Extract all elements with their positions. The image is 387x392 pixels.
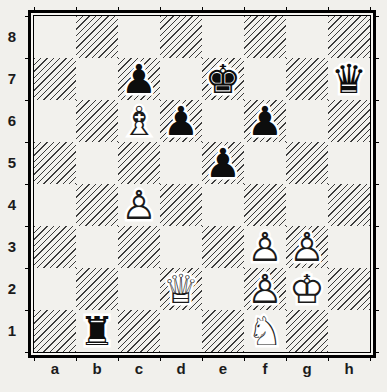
tick-mark [286,358,287,361]
square-h2[interactable] [328,268,370,310]
tick-mark [76,7,77,10]
piece-black-queen-h7[interactable]: ♛♛ [328,58,370,100]
square-b5[interactable] [76,142,118,184]
rank-label-4: 4 [3,196,21,214]
square-e8[interactable] [202,16,244,58]
tick-mark [25,352,28,353]
piece-black-pawn-c7[interactable]: ♟♟ [118,58,160,100]
tick-mark [25,58,28,59]
square-h8[interactable] [328,16,370,58]
tick-mark [244,7,245,10]
square-b3[interactable] [76,226,118,268]
square-c3[interactable] [118,226,160,268]
square-e5[interactable]: ♟♟ [202,142,244,184]
square-c6[interactable]: ♝♗ [118,100,160,142]
tick-mark [34,358,35,361]
tick-mark [25,16,28,17]
rank-label-7: 7 [3,70,21,88]
piece-white-pawn-c4[interactable]: ♟♙ [118,184,160,226]
square-e4[interactable] [202,184,244,226]
file-label-d: d [160,360,202,378]
rank-label-5: 5 [3,154,21,172]
tick-mark [286,7,287,10]
tick-mark [25,226,28,227]
square-g1[interactable] [286,310,328,352]
square-g6[interactable] [286,100,328,142]
tick-mark [76,358,77,361]
square-f1[interactable]: ♞♘ [244,310,286,352]
square-b8[interactable] [76,16,118,58]
square-d2[interactable]: ♛♕ [160,268,202,310]
square-g8[interactable] [286,16,328,58]
piece-white-pawn-f2[interactable]: ♟♙ [244,268,286,310]
tick-mark [118,358,119,361]
square-a8[interactable] [34,16,76,58]
square-g5[interactable] [286,142,328,184]
square-a4[interactable] [34,184,76,226]
tick-mark [376,142,379,143]
square-c4[interactable]: ♟♙ [118,184,160,226]
square-g4[interactable] [286,184,328,226]
square-e2[interactable] [202,268,244,310]
tick-mark [244,358,245,361]
square-b6[interactable] [76,100,118,142]
square-f5[interactable] [244,142,286,184]
square-e7[interactable]: ♚♚ [202,58,244,100]
square-a5[interactable] [34,142,76,184]
square-g7[interactable] [286,58,328,100]
piece-white-king-g2[interactable]: ♚♔ [286,268,328,310]
white-queen-icon: ♕ [163,268,199,310]
tick-mark [376,226,379,227]
piece-white-bishop-c6[interactable]: ♝♗ [118,100,160,142]
square-h3[interactable] [328,226,370,268]
square-b4[interactable] [76,184,118,226]
tick-mark [34,7,35,10]
tick-mark [160,358,161,361]
tick-mark [202,358,203,361]
square-c5[interactable] [118,142,160,184]
square-g2[interactable]: ♚♔ [286,268,328,310]
file-label-f: f [244,360,286,378]
square-d5[interactable] [160,142,202,184]
tick-mark [376,184,379,185]
square-f2[interactable]: ♟♙ [244,268,286,310]
tick-mark [376,310,379,311]
square-f4[interactable] [244,184,286,226]
square-h5[interactable] [328,142,370,184]
square-a3[interactable] [34,226,76,268]
square-g3[interactable]: ♟♙ [286,226,328,268]
black-pawn-icon: ♟ [247,100,283,142]
tick-mark [160,7,161,10]
square-h1[interactable] [328,310,370,352]
tick-mark [376,58,379,59]
tick-mark [25,268,28,269]
chess-board: ♟♟♚♚♛♛♝♗♟♟♟♟♟♟♟♙♟♙♟♙♛♕♟♙♚♔♜♜♞♘ [33,15,371,353]
piece-white-pawn-g3[interactable]: ♟♙ [286,226,328,268]
square-c8[interactable] [118,16,160,58]
tick-mark [118,7,119,10]
white-bishop-icon: ♗ [121,100,157,142]
file-label-b: b [76,360,118,378]
square-b1[interactable]: ♜♜ [76,310,118,352]
file-label-g: g [286,360,328,378]
black-pawn-icon: ♟ [121,58,157,100]
square-e6[interactable] [202,100,244,142]
square-h4[interactable] [328,184,370,226]
file-label-h: h [328,360,370,378]
tick-mark [376,100,379,101]
tick-mark [328,7,329,10]
rank-label-1: 1 [3,322,21,340]
square-b7[interactable] [76,58,118,100]
piece-black-king-e7[interactable]: ♚♚ [202,58,244,100]
square-a1[interactable] [34,310,76,352]
tick-mark [328,358,329,361]
tick-mark [376,16,379,17]
black-king-icon: ♚ [205,58,241,100]
tick-mark [25,142,28,143]
tick-mark [376,268,379,269]
tick-mark [202,7,203,10]
square-d7[interactable] [160,58,202,100]
square-h7[interactable]: ♛♛ [328,58,370,100]
square-a7[interactable] [34,58,76,100]
rank-label-2: 2 [3,280,21,298]
black-rook-icon: ♜ [79,310,115,352]
board-grid: ♟♟♚♚♛♛♝♗♟♟♟♟♟♟♟♙♟♙♟♙♛♕♟♙♚♔♜♜♞♘ [34,16,370,352]
piece-white-pawn-f3[interactable]: ♟♙ [244,226,286,268]
file-label-e: e [202,360,244,378]
tick-mark [370,7,371,10]
square-a2[interactable] [34,268,76,310]
chess-board-frame: ♟♟♚♚♛♛♝♗♟♟♟♟♟♟♟♙♟♙♟♙♛♕♟♙♚♔♜♜♞♘ [28,10,376,358]
tick-mark [25,310,28,311]
piece-black-pawn-e5[interactable]: ♟♟ [202,142,244,184]
white-knight-icon: ♘ [247,310,283,352]
square-e3[interactable] [202,226,244,268]
square-c2[interactable] [118,268,160,310]
square-d1[interactable] [160,310,202,352]
piece-black-pawn-d6[interactable]: ♟♟ [160,100,202,142]
piece-black-pawn-f6[interactable]: ♟♟ [244,100,286,142]
tick-mark [25,100,28,101]
black-queen-icon: ♛ [331,58,367,100]
square-d8[interactable] [160,16,202,58]
white-king-icon: ♔ [289,268,325,310]
tick-mark [370,358,371,361]
file-label-c: c [118,360,160,378]
square-a6[interactable] [34,100,76,142]
rank-label-8: 8 [3,28,21,46]
white-pawn-icon: ♙ [289,226,325,268]
square-f7[interactable] [244,58,286,100]
black-pawn-icon: ♟ [163,100,199,142]
square-f6[interactable]: ♟♟ [244,100,286,142]
square-b2[interactable] [76,268,118,310]
square-c1[interactable] [118,310,160,352]
square-d6[interactable]: ♟♟ [160,100,202,142]
piece-black-rook-b1[interactable]: ♜♜ [76,310,118,352]
square-f8[interactable] [244,16,286,58]
rank-label-6: 6 [3,112,21,130]
white-pawn-icon: ♙ [121,184,157,226]
square-d4[interactable] [160,184,202,226]
piece-white-queen-d2[interactable]: ♛♕ [160,268,202,310]
tick-mark [376,352,379,353]
black-pawn-icon: ♟ [205,142,241,184]
square-f3[interactable]: ♟♙ [244,226,286,268]
tick-mark [25,184,28,185]
white-pawn-icon: ♙ [247,268,283,310]
square-h6[interactable] [328,100,370,142]
square-e1[interactable] [202,310,244,352]
square-c7[interactable]: ♟♟ [118,58,160,100]
file-label-a: a [34,360,76,378]
white-pawn-icon: ♙ [247,226,283,268]
square-d3[interactable] [160,226,202,268]
rank-label-3: 3 [3,238,21,256]
piece-white-knight-f1[interactable]: ♞♘ [244,310,286,352]
